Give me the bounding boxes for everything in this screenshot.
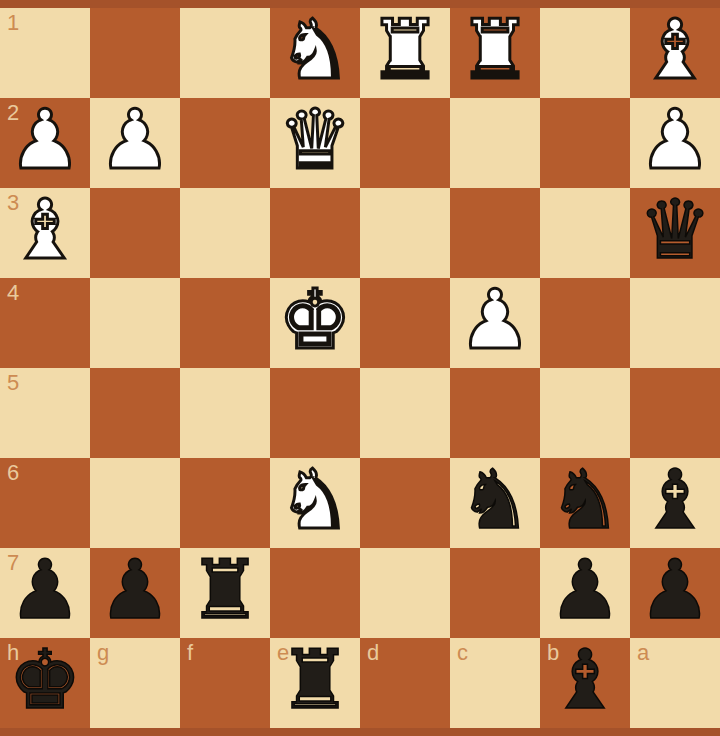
white-pawn-g2[interactable]: ♟ <box>98 99 172 181</box>
square-b4[interactable] <box>540 278 630 368</box>
file-label-d: d <box>367 641 379 665</box>
square-h6[interactable]: 6 <box>0 458 90 548</box>
file-label-g: g <box>97 641 109 665</box>
black-pawn-a7[interactable]: ♟ <box>638 549 712 631</box>
white-knight-e1[interactable]: ♞ <box>278 9 352 91</box>
square-e5[interactable] <box>270 368 360 458</box>
square-d1[interactable]: ♜ <box>360 8 450 98</box>
square-f4[interactable] <box>180 278 270 368</box>
square-c3[interactable] <box>450 188 540 278</box>
square-f6[interactable] <box>180 458 270 548</box>
white-knight-e6[interactable]: ♞ <box>278 459 352 541</box>
square-g2[interactable]: ♟ <box>90 98 180 188</box>
black-bishop-b8[interactable]: ♝ <box>548 639 622 721</box>
square-f3[interactable] <box>180 188 270 278</box>
square-b5[interactable] <box>540 368 630 458</box>
square-c2[interactable] <box>450 98 540 188</box>
square-d6[interactable] <box>360 458 450 548</box>
white-rook-c1[interactable]: ♜ <box>458 9 532 91</box>
square-e2[interactable]: ♛ <box>270 98 360 188</box>
black-bishop-a6[interactable]: ♝ <box>638 459 712 541</box>
square-d4[interactable] <box>360 278 450 368</box>
white-pawn-h2[interactable]: ♟ <box>8 99 82 181</box>
square-g4[interactable] <box>90 278 180 368</box>
square-f2[interactable] <box>180 98 270 188</box>
square-c1[interactable]: ♜ <box>450 8 540 98</box>
rank-label-4: 4 <box>7 281 19 305</box>
white-king-e4[interactable]: ♚ <box>278 279 352 361</box>
square-e4[interactable]: ♚ <box>270 278 360 368</box>
square-g3[interactable] <box>90 188 180 278</box>
square-e6[interactable]: ♞ <box>270 458 360 548</box>
square-b7[interactable]: ♟ <box>540 548 630 638</box>
square-b2[interactable] <box>540 98 630 188</box>
white-rook-d1[interactable]: ♜ <box>368 9 442 91</box>
square-h4[interactable]: 4 <box>0 278 90 368</box>
black-rook-e8[interactable]: ♜ <box>278 639 352 721</box>
square-g6[interactable] <box>90 458 180 548</box>
square-d3[interactable] <box>360 188 450 278</box>
square-a5[interactable] <box>630 368 720 458</box>
square-g7[interactable]: ♟ <box>90 548 180 638</box>
file-label-a: a <box>637 641 649 665</box>
square-c6[interactable]: ♞ <box>450 458 540 548</box>
square-h7[interactable]: 7♟ <box>0 548 90 638</box>
square-e8[interactable]: e♜ <box>270 638 360 728</box>
white-bishop-a1[interactable]: ♝ <box>638 9 712 91</box>
black-knight-b6[interactable]: ♞ <box>548 459 622 541</box>
square-h2[interactable]: 2♟ <box>0 98 90 188</box>
square-d5[interactable] <box>360 368 450 458</box>
black-pawn-g7[interactable]: ♟ <box>98 549 172 631</box>
square-f5[interactable] <box>180 368 270 458</box>
square-h5[interactable]: 5 <box>0 368 90 458</box>
white-pawn-a2[interactable]: ♟ <box>638 99 712 181</box>
square-b8[interactable]: b♝ <box>540 638 630 728</box>
square-c8[interactable]: c <box>450 638 540 728</box>
square-b3[interactable] <box>540 188 630 278</box>
square-g1[interactable] <box>90 8 180 98</box>
square-c4[interactable]: ♟ <box>450 278 540 368</box>
black-queen-a3[interactable]: ♛ <box>638 189 712 271</box>
rank-label-5: 5 <box>7 371 19 395</box>
square-d2[interactable] <box>360 98 450 188</box>
square-f8[interactable]: f <box>180 638 270 728</box>
square-h8[interactable]: h♚ <box>0 638 90 728</box>
square-g8[interactable]: g <box>90 638 180 728</box>
square-h3[interactable]: 3♝ <box>0 188 90 278</box>
file-label-c: c <box>457 641 468 665</box>
square-a6[interactable]: ♝ <box>630 458 720 548</box>
square-b6[interactable]: ♞ <box>540 458 630 548</box>
square-a4[interactable] <box>630 278 720 368</box>
square-a3[interactable]: ♛ <box>630 188 720 278</box>
square-d7[interactable] <box>360 548 450 638</box>
black-rook-f7[interactable]: ♜ <box>188 549 262 631</box>
square-f7[interactable]: ♜ <box>180 548 270 638</box>
white-bishop-h3[interactable]: ♝ <box>8 189 82 271</box>
square-c7[interactable] <box>450 548 540 638</box>
black-knight-c6[interactable]: ♞ <box>458 459 532 541</box>
square-a7[interactable]: ♟ <box>630 548 720 638</box>
square-a2[interactable]: ♟ <box>630 98 720 188</box>
chess-app-screen: 1♞♜♜♝2♟♟♛♟3♝♛4♚♟56♞♞♞♝7♟♟♜♟♟h♚gfe♜dcb♝a <box>0 0 720 736</box>
square-e1[interactable]: ♞ <box>270 8 360 98</box>
black-pawn-b7[interactable]: ♟ <box>548 549 622 631</box>
rank-label-6: 6 <box>7 461 19 485</box>
square-a8[interactable]: a <box>630 638 720 728</box>
chess-board: 1♞♜♜♝2♟♟♛♟3♝♛4♚♟56♞♞♞♝7♟♟♜♟♟h♚gfe♜dcb♝a <box>0 8 720 728</box>
square-e3[interactable] <box>270 188 360 278</box>
square-h1[interactable]: 1 <box>0 8 90 98</box>
white-queen-e2[interactable]: ♛ <box>278 99 352 181</box>
black-pawn-h7[interactable]: ♟ <box>8 549 82 631</box>
square-g5[interactable] <box>90 368 180 458</box>
square-a1[interactable]: ♝ <box>630 8 720 98</box>
square-e7[interactable] <box>270 548 360 638</box>
black-king-h8[interactable]: ♚ <box>8 639 82 721</box>
square-c5[interactable] <box>450 368 540 458</box>
rank-label-1: 1 <box>7 11 19 35</box>
file-label-f: f <box>187 641 193 665</box>
square-d8[interactable]: d <box>360 638 450 728</box>
white-pawn-c4[interactable]: ♟ <box>458 279 532 361</box>
square-f1[interactable] <box>180 8 270 98</box>
square-b1[interactable] <box>540 8 630 98</box>
